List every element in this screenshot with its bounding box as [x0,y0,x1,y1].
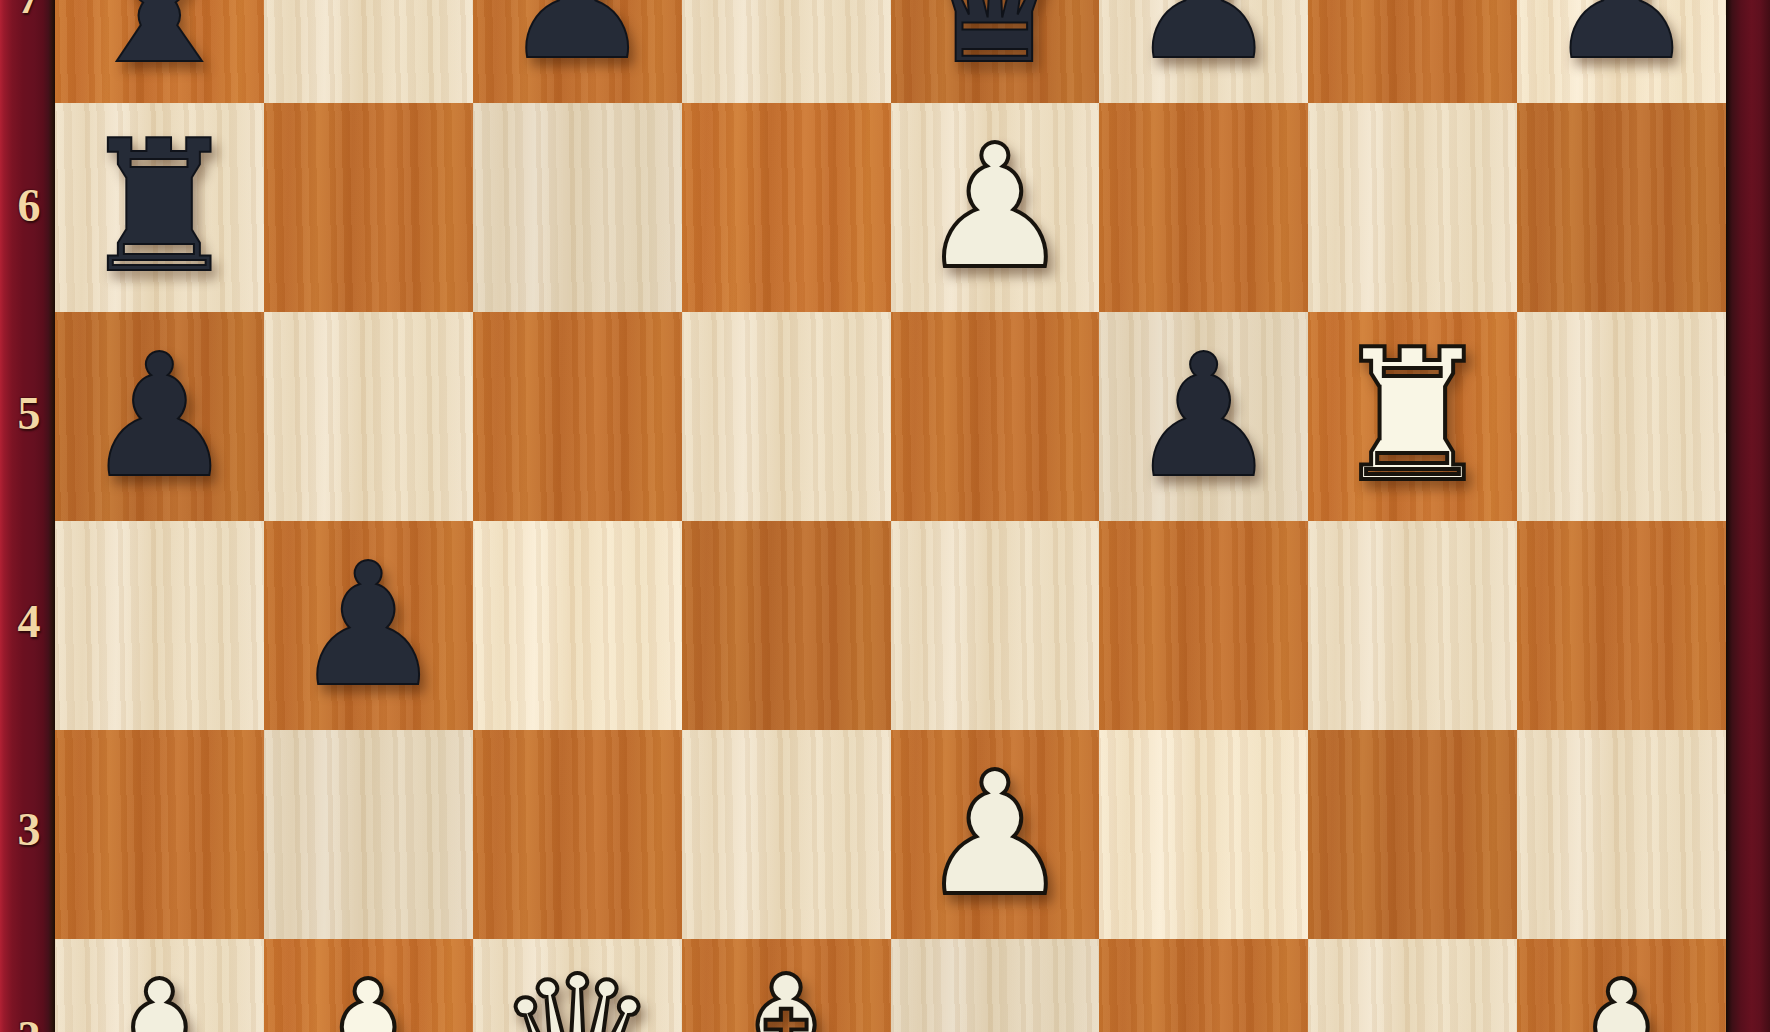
square-e4[interactable] [891,521,1100,730]
rank-label-4: 4 [8,599,50,645]
white-pawn-icon: ♟ [919,103,1071,312]
square-b3[interactable] [264,730,473,939]
square-g3[interactable] [1308,730,1517,939]
square-h7[interactable]: ♟ [1517,0,1726,103]
square-a7[interactable]: ♝ [55,0,264,103]
square-c6[interactable] [473,103,682,312]
black-pawn-icon: ♟ [292,521,444,730]
white-pawn-icon: ♟ [1545,939,1697,1032]
square-c2[interactable]: ♛ [473,939,682,1032]
square-f5[interactable]: ♟ [1099,312,1308,521]
board: ♝♟♛♟♟♜♟♟♟♜♟♟♟♟♛♝♟ [55,0,1726,1032]
square-b5[interactable] [264,312,473,521]
square-e3[interactable]: ♟ [891,730,1100,939]
black-rook-icon: ♜ [78,103,241,312]
square-f4[interactable] [1099,521,1308,730]
square-b6[interactable] [264,103,473,312]
square-d5[interactable] [682,312,891,521]
board-grid: ♝♟♛♟♟♜♟♟♟♜♟♟♟♟♛♝♟ [55,0,1726,1032]
square-f3[interactable] [1099,730,1308,939]
square-c4[interactable] [473,521,682,730]
rank-label-7: 7 [8,0,50,21]
square-g5[interactable]: ♜ [1308,312,1517,521]
black-pawn-icon: ♟ [1128,312,1280,521]
square-c3[interactable] [473,730,682,939]
chessboard-diagram: ♝♟♛♟♟♜♟♟♟♜♟♟♟♟♛♝♟ 765432 [0,0,1770,1032]
square-a5[interactable]: ♟ [55,312,264,521]
rank-label-6: 6 [8,183,50,229]
square-f6[interactable] [1099,103,1308,312]
square-c7[interactable]: ♟ [473,0,682,103]
black-pawn-icon: ♟ [83,312,235,521]
rank-label-3: 3 [8,807,50,853]
square-b2[interactable]: ♟ [264,939,473,1032]
white-bishop-icon: ♝ [704,939,867,1032]
board-border-right [1726,0,1770,1032]
square-a6[interactable]: ♜ [55,103,264,312]
white-pawn-icon: ♟ [83,939,235,1032]
square-d2[interactable]: ♝ [682,939,891,1032]
square-f2[interactable] [1099,939,1308,1032]
square-b4[interactable]: ♟ [264,521,473,730]
square-d3[interactable] [682,730,891,939]
black-pawn-icon: ♟ [501,0,653,103]
white-pawn-icon: ♟ [919,730,1071,939]
square-h6[interactable] [1517,103,1726,312]
square-e5[interactable] [891,312,1100,521]
square-d4[interactable] [682,521,891,730]
square-b7[interactable] [264,0,473,103]
square-a3[interactable] [55,730,264,939]
rank-label-5: 5 [8,391,50,437]
square-d6[interactable] [682,103,891,312]
square-g2[interactable] [1308,939,1517,1032]
square-c5[interactable] [473,312,682,521]
square-h2[interactable]: ♟ [1517,939,1726,1032]
black-pawn-icon: ♟ [1128,0,1280,103]
square-e7[interactable]: ♛ [891,0,1100,103]
white-pawn-icon: ♟ [292,939,444,1032]
square-g4[interactable] [1308,521,1517,730]
square-h5[interactable] [1517,312,1726,521]
square-f7[interactable]: ♟ [1099,0,1308,103]
square-h4[interactable] [1517,521,1726,730]
square-h3[interactable] [1517,730,1726,939]
white-rook-icon: ♜ [1331,312,1494,521]
square-a2[interactable]: ♟ [55,939,264,1032]
square-g7[interactable] [1308,0,1517,103]
board-border-left [0,0,55,1032]
square-e2[interactable] [891,939,1100,1032]
square-g6[interactable] [1308,103,1517,312]
black-pawn-icon: ♟ [1545,0,1697,103]
rank-label-2: 2 [8,1015,50,1032]
black-bishop-icon: ♝ [78,0,241,103]
square-d7[interactable] [682,0,891,103]
black-queen-icon: ♛ [913,0,1076,103]
square-e6[interactable]: ♟ [891,103,1100,312]
white-queen-icon: ♛ [496,939,659,1032]
square-a4[interactable] [55,521,264,730]
